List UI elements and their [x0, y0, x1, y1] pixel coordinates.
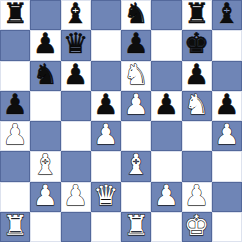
square-e6[interactable]: ♞: [121, 61, 151, 91]
black-pawn: ♟: [184, 61, 209, 89]
square-f5[interactable]: ♟: [151, 91, 181, 121]
black-pawn: ♟: [214, 91, 239, 119]
square-a8[interactable]: ♜: [0, 0, 30, 30]
black-knight: ♞: [124, 0, 149, 28]
square-c5[interactable]: [61, 91, 91, 121]
square-f1[interactable]: [151, 212, 181, 242]
white-pawn: ♟: [214, 121, 239, 149]
square-h4[interactable]: ♟: [212, 121, 242, 151]
square-g4[interactable]: [182, 121, 212, 151]
square-b8[interactable]: [30, 0, 60, 30]
square-d4[interactable]: ♟: [91, 121, 121, 151]
square-g2[interactable]: ♟: [182, 182, 212, 212]
square-c4[interactable]: [61, 121, 91, 151]
square-c8[interactable]: ♝: [61, 0, 91, 30]
white-king: ♚: [184, 212, 209, 240]
black-pawn: ♟: [124, 30, 149, 58]
square-f3[interactable]: [151, 151, 181, 181]
square-e4[interactable]: [121, 121, 151, 151]
square-d5[interactable]: ♟: [91, 91, 121, 121]
square-c7[interactable]: ♛: [61, 30, 91, 60]
black-rook: ♜: [3, 0, 28, 28]
square-a4[interactable]: ♟: [0, 121, 30, 151]
square-g8[interactable]: ♜: [182, 0, 212, 30]
square-h2[interactable]: [212, 182, 242, 212]
white-knight: ♞: [124, 61, 149, 89]
square-c1[interactable]: [61, 212, 91, 242]
square-f7[interactable]: [151, 30, 181, 60]
white-queen: ♛: [93, 182, 118, 210]
square-d3[interactable]: [91, 151, 121, 181]
square-h1[interactable]: [212, 212, 242, 242]
square-e1[interactable]: ♜: [121, 212, 151, 242]
black-pawn: ♟: [154, 91, 179, 119]
black-queen: ♛: [63, 30, 88, 58]
white-rook: ♜: [124, 212, 149, 240]
square-b6[interactable]: ♞: [30, 61, 60, 91]
square-h5[interactable]: ♟: [212, 91, 242, 121]
black-king: ♚: [184, 30, 209, 58]
square-g6[interactable]: ♟: [182, 61, 212, 91]
square-h7[interactable]: [212, 30, 242, 60]
square-d8[interactable]: [91, 0, 121, 30]
square-a3[interactable]: [0, 151, 30, 181]
square-g3[interactable]: [182, 151, 212, 181]
square-b5[interactable]: [30, 91, 60, 121]
square-c2[interactable]: ♟: [61, 182, 91, 212]
square-a2[interactable]: [0, 182, 30, 212]
square-b7[interactable]: ♟: [30, 30, 60, 60]
white-bishop: ♝: [33, 151, 58, 179]
square-h6[interactable]: [212, 61, 242, 91]
white-pawn: ♟: [93, 121, 118, 149]
black-rook: ♜: [184, 0, 209, 28]
white-pawn: ♟: [33, 182, 58, 210]
square-e8[interactable]: ♞: [121, 0, 151, 30]
square-d7[interactable]: [91, 30, 121, 60]
square-h8[interactable]: ♝: [212, 0, 242, 30]
square-d1[interactable]: [91, 212, 121, 242]
black-pawn: ♟: [63, 61, 88, 89]
white-rook: ♜: [3, 212, 28, 240]
white-pawn: ♟: [154, 182, 179, 210]
white-knight: ♞: [184, 91, 209, 119]
square-d6[interactable]: [91, 61, 121, 91]
white-bishop: ♝: [124, 151, 149, 179]
square-f2[interactable]: ♟: [151, 182, 181, 212]
black-pawn: ♟: [3, 91, 28, 119]
white-pawn: ♟: [3, 121, 28, 149]
black-pawn: ♟: [93, 91, 118, 119]
white-pawn: ♟: [184, 182, 209, 210]
black-bishop: ♝: [63, 0, 88, 28]
square-g1[interactable]: ♚: [182, 212, 212, 242]
chess-board: ♜♝♞♜♝♟♛♟♚♞♟♞♟♟♟♟♟♞♟♟♟♟♝♝♟♟♛♟♟♜♜♚: [0, 0, 242, 242]
square-a5[interactable]: ♟: [0, 91, 30, 121]
black-pawn: ♟: [33, 30, 58, 58]
white-pawn: ♟: [124, 91, 149, 119]
square-b2[interactable]: ♟: [30, 182, 60, 212]
square-a7[interactable]: [0, 30, 30, 60]
square-d2[interactable]: ♛: [91, 182, 121, 212]
square-f8[interactable]: [151, 0, 181, 30]
square-c6[interactable]: ♟: [61, 61, 91, 91]
square-f6[interactable]: [151, 61, 181, 91]
square-e3[interactable]: ♝: [121, 151, 151, 181]
square-h3[interactable]: [212, 151, 242, 181]
square-c3[interactable]: [61, 151, 91, 181]
square-b1[interactable]: [30, 212, 60, 242]
black-bishop: ♝: [214, 0, 239, 28]
square-a6[interactable]: [0, 61, 30, 91]
square-g7[interactable]: ♚: [182, 30, 212, 60]
square-a1[interactable]: ♜: [0, 212, 30, 242]
black-knight: ♞: [33, 61, 58, 89]
square-e7[interactable]: ♟: [121, 30, 151, 60]
white-pawn: ♟: [63, 182, 88, 210]
square-g5[interactable]: ♞: [182, 91, 212, 121]
square-e2[interactable]: [121, 182, 151, 212]
square-b3[interactable]: ♝: [30, 151, 60, 181]
square-e5[interactable]: ♟: [121, 91, 151, 121]
square-b4[interactable]: [30, 121, 60, 151]
square-f4[interactable]: [151, 121, 181, 151]
